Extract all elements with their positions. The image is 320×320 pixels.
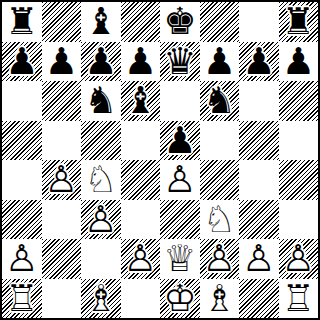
square-g1[interactable] bbox=[239, 279, 279, 319]
square-h1[interactable]: ♜♖ bbox=[279, 279, 319, 319]
square-g4[interactable] bbox=[239, 160, 279, 200]
square-c3[interactable]: ♟♙ bbox=[81, 200, 121, 240]
square-e2[interactable]: ♛♕ bbox=[160, 239, 200, 279]
knight-outline: ♘ bbox=[200, 200, 240, 240]
square-a4[interactable] bbox=[2, 160, 42, 200]
pawn-outline: ♙ bbox=[121, 239, 161, 279]
pawn-outline: ♙ bbox=[81, 200, 121, 240]
piece-black-pawn[interactable]: ♟ bbox=[200, 42, 240, 82]
rook-outline: ♖ bbox=[2, 279, 42, 319]
square-f3[interactable]: ♞♘ bbox=[200, 200, 240, 240]
square-c5[interactable] bbox=[81, 121, 121, 161]
square-g5[interactable] bbox=[239, 121, 279, 161]
piece-black-knight[interactable]: ♞ bbox=[81, 81, 121, 121]
rook-outline: ♖ bbox=[279, 279, 319, 319]
piece-white-pawn[interactable]: ♟♙ bbox=[279, 239, 319, 279]
square-h2[interactable]: ♟♙ bbox=[279, 239, 319, 279]
square-e8[interactable]: ♚ bbox=[160, 2, 200, 42]
square-h3[interactable] bbox=[279, 200, 319, 240]
square-h8[interactable]: ♜ bbox=[279, 2, 319, 42]
piece-white-rook[interactable]: ♜♖ bbox=[279, 279, 319, 319]
square-d6[interactable]: ♝ bbox=[121, 81, 161, 121]
square-a1[interactable]: ♜♖ bbox=[2, 279, 42, 319]
square-e1[interactable]: ♚♔ bbox=[160, 279, 200, 319]
piece-white-knight[interactable]: ♞♘ bbox=[81, 160, 121, 200]
square-f4[interactable] bbox=[200, 160, 240, 200]
piece-black-queen[interactable]: ♛ bbox=[160, 42, 200, 82]
square-d4[interactable] bbox=[121, 160, 161, 200]
square-b5[interactable] bbox=[42, 121, 82, 161]
square-d8[interactable] bbox=[121, 2, 161, 42]
piece-white-pawn[interactable]: ♟♙ bbox=[200, 239, 240, 279]
pawn-outline: ♙ bbox=[160, 160, 200, 200]
piece-white-pawn[interactable]: ♟♙ bbox=[239, 239, 279, 279]
square-f5[interactable] bbox=[200, 121, 240, 161]
square-d2[interactable]: ♟♙ bbox=[121, 239, 161, 279]
square-c6[interactable]: ♞ bbox=[81, 81, 121, 121]
square-f1[interactable]: ♝♗ bbox=[200, 279, 240, 319]
square-a8[interactable]: ♜ bbox=[2, 2, 42, 42]
piece-black-bishop[interactable]: ♝ bbox=[121, 81, 161, 121]
bishop-outline: ♗ bbox=[81, 279, 121, 319]
piece-black-pawn[interactable]: ♟ bbox=[81, 42, 121, 82]
square-h6[interactable] bbox=[279, 81, 319, 121]
piece-black-pawn[interactable]: ♟ bbox=[160, 121, 200, 161]
square-f6[interactable]: ♞ bbox=[200, 81, 240, 121]
square-g8[interactable] bbox=[239, 2, 279, 42]
square-c2[interactable] bbox=[81, 239, 121, 279]
piece-white-pawn[interactable]: ♟♙ bbox=[160, 160, 200, 200]
piece-black-pawn[interactable]: ♟ bbox=[121, 42, 161, 82]
piece-white-pawn[interactable]: ♟♙ bbox=[2, 239, 42, 279]
square-g3[interactable] bbox=[239, 200, 279, 240]
piece-white-bishop[interactable]: ♝♗ bbox=[200, 279, 240, 319]
square-h4[interactable] bbox=[279, 160, 319, 200]
square-d5[interactable] bbox=[121, 121, 161, 161]
square-f7[interactable]: ♟ bbox=[200, 42, 240, 82]
square-a3[interactable] bbox=[2, 200, 42, 240]
square-e3[interactable] bbox=[160, 200, 200, 240]
piece-black-pawn[interactable]: ♟ bbox=[2, 42, 42, 82]
square-e7[interactable]: ♛ bbox=[160, 42, 200, 82]
king-outline: ♔ bbox=[160, 279, 200, 319]
piece-white-pawn[interactable]: ♟♙ bbox=[121, 239, 161, 279]
chess-board: ♜♝♚♜♟♟♟♟♛♟♟♟♞♝♞♟♟♙♞♘♟♙♟♙♞♘♟♙♟♙♛♕♟♙♟♙♟♙♜♖… bbox=[0, 0, 320, 320]
square-d1[interactable] bbox=[121, 279, 161, 319]
pawn-outline: ♙ bbox=[42, 160, 82, 200]
queen-outline: ♕ bbox=[160, 239, 200, 279]
piece-black-knight[interactable]: ♞ bbox=[200, 81, 240, 121]
piece-white-pawn[interactable]: ♟♙ bbox=[42, 160, 82, 200]
piece-black-rook[interactable]: ♜ bbox=[279, 2, 319, 42]
piece-black-pawn[interactable]: ♟ bbox=[42, 42, 82, 82]
square-a7[interactable]: ♟ bbox=[2, 42, 42, 82]
square-c4[interactable]: ♞♘ bbox=[81, 160, 121, 200]
square-f2[interactable]: ♟♙ bbox=[200, 239, 240, 279]
square-b8[interactable] bbox=[42, 2, 82, 42]
square-h5[interactable] bbox=[279, 121, 319, 161]
square-b1[interactable] bbox=[42, 279, 82, 319]
square-b3[interactable] bbox=[42, 200, 82, 240]
piece-black-rook[interactable]: ♜ bbox=[2, 2, 42, 42]
square-c8[interactable]: ♝ bbox=[81, 2, 121, 42]
piece-white-rook[interactable]: ♜♖ bbox=[2, 279, 42, 319]
square-d3[interactable] bbox=[121, 200, 161, 240]
square-g6[interactable] bbox=[239, 81, 279, 121]
piece-white-queen[interactable]: ♛♕ bbox=[160, 239, 200, 279]
piece-black-pawn[interactable]: ♟ bbox=[239, 42, 279, 82]
piece-white-bishop[interactable]: ♝♗ bbox=[81, 279, 121, 319]
square-a2[interactable]: ♟♙ bbox=[2, 239, 42, 279]
square-f8[interactable] bbox=[200, 2, 240, 42]
square-c7[interactable]: ♟ bbox=[81, 42, 121, 82]
pawn-outline: ♙ bbox=[279, 239, 319, 279]
piece-black-king[interactable]: ♚ bbox=[160, 2, 200, 42]
piece-white-pawn[interactable]: ♟♙ bbox=[81, 200, 121, 240]
square-h7[interactable]: ♟ bbox=[279, 42, 319, 82]
pawn-outline: ♙ bbox=[2, 239, 42, 279]
piece-black-pawn[interactable]: ♟ bbox=[279, 42, 319, 82]
square-e6[interactable] bbox=[160, 81, 200, 121]
bishop-outline: ♗ bbox=[200, 279, 240, 319]
knight-outline: ♘ bbox=[81, 160, 121, 200]
square-d7[interactable]: ♟ bbox=[121, 42, 161, 82]
square-a5[interactable] bbox=[2, 121, 42, 161]
pawn-outline: ♙ bbox=[239, 239, 279, 279]
square-a6[interactable] bbox=[2, 81, 42, 121]
square-b4[interactable]: ♟♙ bbox=[42, 160, 82, 200]
square-g7[interactable]: ♟ bbox=[239, 42, 279, 82]
square-g2[interactable]: ♟♙ bbox=[239, 239, 279, 279]
square-b7[interactable]: ♟ bbox=[42, 42, 82, 82]
pawn-outline: ♙ bbox=[200, 239, 240, 279]
square-e5[interactable]: ♟ bbox=[160, 121, 200, 161]
piece-black-bishop[interactable]: ♝ bbox=[81, 2, 121, 42]
square-e4[interactable]: ♟♙ bbox=[160, 160, 200, 200]
square-c1[interactable]: ♝♗ bbox=[81, 279, 121, 319]
square-b6[interactable] bbox=[42, 81, 82, 121]
piece-white-knight[interactable]: ♞♘ bbox=[200, 200, 240, 240]
piece-white-king[interactable]: ♚♔ bbox=[160, 279, 200, 319]
square-b2[interactable] bbox=[42, 239, 82, 279]
